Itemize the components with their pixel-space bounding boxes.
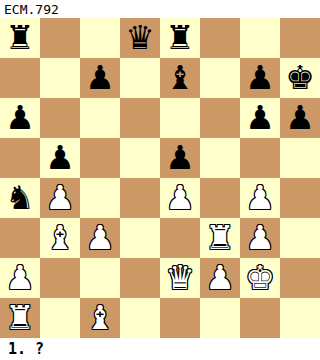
square-g6[interactable]: ♟ bbox=[240, 98, 280, 138]
piece-black-pawn-g7[interactable]: ♟ bbox=[245, 58, 275, 98]
piece-white-pawn-f2[interactable]: ♟ bbox=[205, 258, 235, 298]
square-b3[interactable]: ♝ bbox=[40, 218, 80, 258]
square-e3[interactable] bbox=[160, 218, 200, 258]
move-prompt: 1. ? bbox=[0, 338, 320, 360]
square-e6[interactable] bbox=[160, 98, 200, 138]
square-c4[interactable] bbox=[80, 178, 120, 218]
square-g4[interactable]: ♟ bbox=[240, 178, 280, 218]
square-c2[interactable] bbox=[80, 258, 120, 298]
square-b6[interactable] bbox=[40, 98, 80, 138]
square-g7[interactable]: ♟ bbox=[240, 58, 280, 98]
square-a7[interactable] bbox=[0, 58, 40, 98]
square-f8[interactable] bbox=[200, 18, 240, 58]
square-g2[interactable]: ♚ bbox=[240, 258, 280, 298]
square-a1[interactable]: ♜ bbox=[0, 298, 40, 338]
square-d3[interactable] bbox=[120, 218, 160, 258]
square-f3[interactable]: ♜ bbox=[200, 218, 240, 258]
square-e4[interactable]: ♟ bbox=[160, 178, 200, 218]
square-e8[interactable]: ♜ bbox=[160, 18, 200, 58]
piece-black-rook-e8[interactable]: ♜ bbox=[165, 18, 195, 58]
square-b8[interactable] bbox=[40, 18, 80, 58]
chess-diagram-window: ECM.792 ♜♛♜♟♝♟♚♟♟♟♟♟♞♟♟♟♝♟♜♟♟♛♟♚♜♝ 1. ? bbox=[0, 0, 320, 360]
piece-black-pawn-h6[interactable]: ♟ bbox=[285, 98, 315, 138]
square-g3[interactable]: ♟ bbox=[240, 218, 280, 258]
piece-black-rook-a8[interactable]: ♜ bbox=[5, 18, 35, 58]
square-b7[interactable] bbox=[40, 58, 80, 98]
square-e7[interactable]: ♝ bbox=[160, 58, 200, 98]
square-d4[interactable] bbox=[120, 178, 160, 218]
square-c8[interactable] bbox=[80, 18, 120, 58]
piece-black-bishop-e7[interactable]: ♝ bbox=[165, 58, 195, 98]
square-d2[interactable] bbox=[120, 258, 160, 298]
piece-white-bishop-c1[interactable]: ♝ bbox=[85, 298, 115, 338]
piece-black-knight-a4[interactable]: ♞ bbox=[5, 178, 35, 218]
square-h4[interactable] bbox=[280, 178, 320, 218]
square-h3[interactable] bbox=[280, 218, 320, 258]
piece-white-queen-e2[interactable]: ♛ bbox=[165, 258, 195, 298]
square-h1[interactable] bbox=[280, 298, 320, 338]
square-f6[interactable] bbox=[200, 98, 240, 138]
square-d5[interactable] bbox=[120, 138, 160, 178]
piece-white-bishop-b3[interactable]: ♝ bbox=[45, 218, 75, 258]
square-d1[interactable] bbox=[120, 298, 160, 338]
piece-black-queen-d8[interactable]: ♛ bbox=[125, 18, 155, 58]
square-c5[interactable] bbox=[80, 138, 120, 178]
square-c3[interactable]: ♟ bbox=[80, 218, 120, 258]
square-a5[interactable] bbox=[0, 138, 40, 178]
square-h7[interactable]: ♚ bbox=[280, 58, 320, 98]
square-a8[interactable]: ♜ bbox=[0, 18, 40, 58]
square-b4[interactable]: ♟ bbox=[40, 178, 80, 218]
piece-white-pawn-c3[interactable]: ♟ bbox=[85, 218, 115, 258]
square-f1[interactable] bbox=[200, 298, 240, 338]
square-g8[interactable] bbox=[240, 18, 280, 58]
square-c6[interactable] bbox=[80, 98, 120, 138]
square-f5[interactable] bbox=[200, 138, 240, 178]
square-a3[interactable] bbox=[0, 218, 40, 258]
chess-board: ♜♛♜♟♝♟♚♟♟♟♟♟♞♟♟♟♝♟♜♟♟♛♟♚♜♝ bbox=[0, 18, 320, 338]
piece-black-pawn-e5[interactable]: ♟ bbox=[165, 138, 195, 178]
piece-white-rook-f3[interactable]: ♜ bbox=[205, 218, 235, 258]
square-g1[interactable] bbox=[240, 298, 280, 338]
piece-white-pawn-g3[interactable]: ♟ bbox=[245, 218, 275, 258]
square-d7[interactable] bbox=[120, 58, 160, 98]
square-e5[interactable]: ♟ bbox=[160, 138, 200, 178]
square-b2[interactable] bbox=[40, 258, 80, 298]
diagram-title: ECM.792 bbox=[0, 0, 320, 18]
square-g5[interactable] bbox=[240, 138, 280, 178]
square-a2[interactable]: ♟ bbox=[0, 258, 40, 298]
piece-white-king-g2[interactable]: ♚ bbox=[245, 258, 275, 298]
piece-black-pawn-a6[interactable]: ♟ bbox=[5, 98, 35, 138]
piece-black-pawn-c7[interactable]: ♟ bbox=[85, 58, 115, 98]
piece-white-pawn-a2[interactable]: ♟ bbox=[5, 258, 35, 298]
square-b1[interactable] bbox=[40, 298, 80, 338]
piece-black-pawn-b5[interactable]: ♟ bbox=[45, 138, 75, 178]
square-e2[interactable]: ♛ bbox=[160, 258, 200, 298]
square-h2[interactable] bbox=[280, 258, 320, 298]
piece-black-king-h7[interactable]: ♚ bbox=[285, 58, 315, 98]
piece-white-pawn-g4[interactable]: ♟ bbox=[245, 178, 275, 218]
square-c7[interactable]: ♟ bbox=[80, 58, 120, 98]
square-f7[interactable] bbox=[200, 58, 240, 98]
square-a4[interactable]: ♞ bbox=[0, 178, 40, 218]
piece-black-pawn-g6[interactable]: ♟ bbox=[245, 98, 275, 138]
square-d8[interactable]: ♛ bbox=[120, 18, 160, 58]
square-f2[interactable]: ♟ bbox=[200, 258, 240, 298]
square-h8[interactable] bbox=[280, 18, 320, 58]
piece-white-pawn-b4[interactable]: ♟ bbox=[45, 178, 75, 218]
piece-white-rook-a1[interactable]: ♜ bbox=[5, 298, 35, 338]
piece-white-pawn-e4[interactable]: ♟ bbox=[165, 178, 195, 218]
square-b5[interactable]: ♟ bbox=[40, 138, 80, 178]
square-h5[interactable] bbox=[280, 138, 320, 178]
square-a6[interactable]: ♟ bbox=[0, 98, 40, 138]
square-f4[interactable] bbox=[200, 178, 240, 218]
square-e1[interactable] bbox=[160, 298, 200, 338]
square-h6[interactable]: ♟ bbox=[280, 98, 320, 138]
square-d6[interactable] bbox=[120, 98, 160, 138]
square-c1[interactable]: ♝ bbox=[80, 298, 120, 338]
